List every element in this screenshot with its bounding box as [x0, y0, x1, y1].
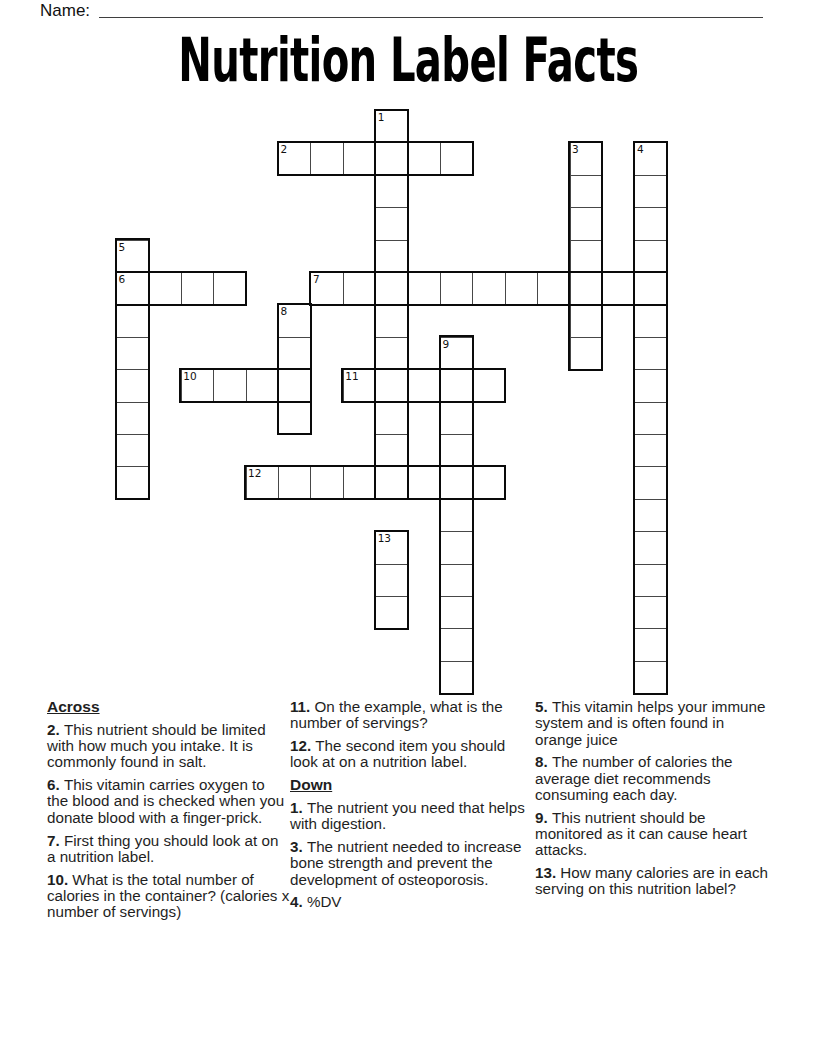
- grid-cell-r5c1: [148, 272, 181, 305]
- grid-cell-r11c9: [408, 466, 441, 499]
- grid-cell-r11c0: [116, 466, 149, 499]
- title-wrap: Nutrition Label Facts: [0, 28, 816, 92]
- grid-cell-r5c7: [343, 272, 376, 305]
- clue-column-1: Across2. This nutrient should be limited…: [47, 699, 290, 921]
- grid-cell-r12c16: [634, 499, 667, 532]
- clue-number-label: 2.: [47, 721, 64, 738]
- grid-cell-r17c16: [634, 661, 667, 694]
- grid-cell-r3c14: [570, 207, 603, 240]
- grid-cell-r4c8: [375, 240, 408, 273]
- grid-cell-r9c16: [634, 402, 667, 435]
- grid-cell-r3c16: [634, 207, 667, 240]
- grid-cell-r11c6: [310, 466, 343, 499]
- grid-cell-r16c16: [634, 628, 667, 661]
- grid-cell-r12c10: [440, 499, 473, 532]
- clue-number-label: 3.: [290, 838, 307, 855]
- clue-9-down: 9. This nutrient should be monitored as …: [535, 810, 769, 859]
- cell-number-13: 13: [378, 533, 391, 544]
- grid-cell-r11c16: [634, 466, 667, 499]
- cell-number-10: 10: [183, 371, 196, 382]
- clue-column-2: 11. On the example, what is the number o…: [290, 699, 526, 911]
- across-header: Across: [47, 699, 290, 715]
- grid-cell-r8c0: [116, 369, 149, 402]
- name-line: [99, 17, 763, 18]
- clue-number-label: 1.: [290, 799, 307, 816]
- grid-cell-r8c11: [472, 369, 505, 402]
- cell-number-9: 9: [443, 339, 450, 350]
- clue-3-down: 3. The nutrient needed to increase bone …: [290, 839, 526, 888]
- grid-cell-r1c8: [375, 142, 408, 175]
- grid-cell-r7c5: [278, 337, 311, 370]
- grid-cell-r11c10: [440, 466, 473, 499]
- grid-cell-r5c13: [537, 272, 570, 305]
- grid-cell-r8c3: [213, 369, 246, 402]
- cell-number-5: 5: [119, 242, 126, 253]
- grid-cell-r10c0: [116, 434, 149, 467]
- grid-cell-r5c8: [375, 272, 408, 305]
- clue-number-label: 12.: [290, 737, 315, 754]
- cell-number-2: 2: [281, 144, 288, 155]
- grid-cell-r14c16: [634, 564, 667, 597]
- grid-cell-r8c9: [408, 369, 441, 402]
- grid-cell-r11c5: [278, 466, 311, 499]
- grid-cell-r6c14: [570, 304, 603, 337]
- grid-cell-r10c10: [440, 434, 473, 467]
- clue-5-down: 5. This vitamin helps your immune system…: [535, 699, 769, 748]
- cell-number-11: 11: [345, 371, 358, 382]
- grid-cell-r10c8: [375, 434, 408, 467]
- clue-number-label: 10.: [47, 871, 72, 888]
- grid-cell-r7c16: [634, 337, 667, 370]
- down-header: Down: [290, 777, 526, 793]
- grid-cell-r5c3: [213, 272, 246, 305]
- grid-cell-r9c5: [278, 402, 311, 435]
- grid-cell-r5c2: [181, 272, 214, 305]
- cell-number-7: 7: [313, 274, 320, 285]
- grid-cell-r17c10: [440, 661, 473, 694]
- crossword-grid: 12345678910111213: [116, 110, 668, 694]
- grid-cell-r5c14: [570, 272, 603, 305]
- grid-cell-r9c0: [116, 402, 149, 435]
- grid-cell-r2c8: [375, 175, 408, 208]
- grid-cell-r11c7: [343, 466, 376, 499]
- clue-number-label: 11.: [290, 698, 315, 715]
- cell-number-4: 4: [637, 144, 644, 155]
- grid-cell-r9c10: [440, 402, 473, 435]
- grid-cell-r13c10: [440, 531, 473, 564]
- clue-number-label: 7.: [47, 832, 64, 849]
- grid-cell-r11c8: [375, 466, 408, 499]
- grid-cell-r1c9: [408, 142, 441, 175]
- clue-number-label: 13.: [535, 864, 560, 881]
- grid-cell-r5c12: [505, 272, 538, 305]
- cell-number-6: 6: [119, 274, 126, 285]
- grid-cell-r1c7: [343, 142, 376, 175]
- grid-cell-r2c14: [570, 175, 603, 208]
- grid-cell-r11c11: [472, 466, 505, 499]
- grid-cell-r5c10: [440, 272, 473, 305]
- grid-cell-r7c0: [116, 337, 149, 370]
- grid-cell-r14c10: [440, 564, 473, 597]
- cell-number-1: 1: [378, 112, 385, 123]
- clue-6-across: 6. This vitamin carries oxygen to the bl…: [47, 777, 290, 826]
- clue-8-down: 8. The number of calories the average di…: [535, 754, 769, 803]
- grid-cell-r8c4: [246, 369, 279, 402]
- grid-cell-r3c8: [375, 207, 408, 240]
- clue-column-3: 5. This vitamin helps your immune system…: [535, 699, 769, 898]
- grid-cell-r15c16: [634, 596, 667, 629]
- grid-cell-r13c16: [634, 531, 667, 564]
- cell-number-3: 3: [572, 144, 579, 155]
- grid-cell-r16c10: [440, 628, 473, 661]
- clue-10-across: 10. What is the total number of calories…: [47, 872, 290, 921]
- clue-number-label: 5.: [535, 698, 552, 715]
- name-label: Name:: [40, 1, 90, 21]
- cell-number-12: 12: [248, 468, 261, 479]
- grid-cell-r5c15: [602, 272, 635, 305]
- clue-2-across: 2. This nutrient should be limited with …: [47, 722, 290, 771]
- clue-12-across: 12. The second item you should look at o…: [290, 738, 526, 771]
- grid-cell-r2c16: [634, 175, 667, 208]
- clue-number-label: 4.: [290, 893, 307, 910]
- grid-cell-r7c14: [570, 337, 603, 370]
- grid-cell-r5c16: [634, 272, 667, 305]
- grid-cell-r6c8: [375, 304, 408, 337]
- clue-1-down: 1. The nutrient you need that helps with…: [290, 800, 526, 833]
- grid-cell-r10c16: [634, 434, 667, 467]
- clue-11-across: 11. On the example, what is the number o…: [290, 699, 526, 732]
- grid-cell-r8c8: [375, 369, 408, 402]
- grid-cell-r15c8: [375, 596, 408, 629]
- grid-cell-r4c16: [634, 240, 667, 273]
- page-title: Nutrition Label Facts: [178, 28, 638, 92]
- clue-number-label: 6.: [47, 776, 64, 793]
- grid-cell-r14c8: [375, 564, 408, 597]
- grid-cell-r1c6: [310, 142, 343, 175]
- grid-cell-r5c11: [472, 272, 505, 305]
- grid-cell-r8c16: [634, 369, 667, 402]
- grid-cell-r8c10: [440, 369, 473, 402]
- cell-number-8: 8: [281, 306, 288, 317]
- grid-cell-r1c10: [440, 142, 473, 175]
- clue-13-down: 13. How many calories are in each servin…: [535, 865, 769, 898]
- grid-cell-r15c10: [440, 596, 473, 629]
- clue-4-down: 4. %DV: [290, 894, 526, 910]
- clue-7-across: 7. First thing you should look at on a n…: [47, 833, 290, 866]
- grid-cell-r9c8: [375, 402, 408, 435]
- clue-number-label: 8.: [535, 753, 552, 770]
- grid-cell-r6c0: [116, 304, 149, 337]
- grid-cell-r6c16: [634, 304, 667, 337]
- grid-cell-r5c9: [408, 272, 441, 305]
- grid-cell-r4c14: [570, 240, 603, 273]
- clue-number-label: 9.: [535, 809, 552, 826]
- grid-cell-r7c8: [375, 337, 408, 370]
- grid-cell-r8c5: [278, 369, 311, 402]
